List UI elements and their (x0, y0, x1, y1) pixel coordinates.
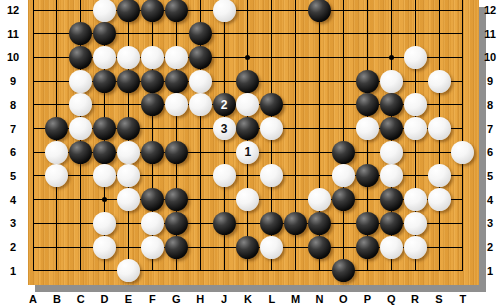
stone-black-k7[interactable] (236, 117, 259, 140)
row-label-right: 8 (479, 98, 500, 112)
row-label-right: 7 (479, 122, 500, 136)
stone-white-q6[interactable] (380, 141, 403, 164)
row-label-right: 1 (479, 264, 500, 278)
column-label: F (141, 292, 163, 306)
column-label: S (428, 292, 450, 306)
stone-white-r10[interactable] (404, 46, 427, 69)
row-label-right: 5 (479, 169, 500, 183)
stone-white-k4[interactable] (236, 188, 259, 211)
row-label-left: 11 (2, 27, 24, 41)
stone-black-b7[interactable] (45, 117, 68, 140)
stone-black-m3[interactable] (284, 212, 307, 235)
stone-white-g8[interactable] (165, 93, 188, 116)
stone-black-e7[interactable] (117, 117, 140, 140)
stone-black-f8[interactable] (141, 93, 164, 116)
column-label: B (46, 292, 68, 306)
stone-black-d11[interactable] (93, 22, 116, 45)
stone-white-c9[interactable] (69, 70, 92, 93)
stone-white-r3[interactable] (404, 212, 427, 235)
stone-white-o5[interactable] (332, 164, 355, 187)
stone-black-c6[interactable] (69, 141, 92, 164)
move-2-stone-j8[interactable]: 2 (213, 93, 236, 116)
column-label: M (285, 292, 307, 306)
column-label: N (309, 292, 331, 306)
stone-black-q4[interactable] (380, 188, 403, 211)
stone-black-f12[interactable] (141, 0, 164, 22)
stone-black-g6[interactable] (165, 141, 188, 164)
stone-black-o6[interactable] (332, 141, 355, 164)
stone-black-n2[interactable] (308, 236, 331, 259)
stone-white-l5[interactable] (260, 164, 283, 187)
stone-white-t6[interactable] (451, 141, 474, 164)
stone-white-j5[interactable] (213, 164, 236, 187)
stone-white-e5[interactable] (117, 164, 140, 187)
column-label: O (332, 292, 354, 306)
stone-white-d12[interactable] (93, 0, 116, 22)
column-label: R (404, 292, 426, 306)
column-label: J (213, 292, 235, 306)
stone-white-l7[interactable] (260, 117, 283, 140)
stone-white-s5[interactable] (428, 164, 451, 187)
row-label-left: 5 (2, 169, 24, 183)
stone-black-h11[interactable] (189, 22, 212, 45)
stone-white-d10[interactable] (93, 46, 116, 69)
stone-black-g9[interactable] (165, 70, 188, 93)
column-label: L (261, 292, 283, 306)
stone-white-d5[interactable] (93, 164, 116, 187)
grid-line-vertical (33, 0, 34, 271)
stone-white-d2[interactable] (93, 236, 116, 259)
stone-white-r2[interactable] (404, 236, 427, 259)
stone-white-n4[interactable] (308, 188, 331, 211)
row-label-right: 10 (479, 50, 500, 64)
column-label: K (237, 292, 259, 306)
stone-black-l8[interactable] (260, 93, 283, 116)
stone-black-f9[interactable] (141, 70, 164, 93)
row-label-right: 2 (479, 240, 500, 254)
row-label-right: 12 (479, 3, 500, 17)
stone-white-c7[interactable] (69, 117, 92, 140)
move-1-stone-k6[interactable]: 1 (236, 141, 259, 164)
stone-white-q2[interactable] (380, 236, 403, 259)
stone-white-s9[interactable] (428, 70, 451, 93)
row-label-right: 9 (479, 74, 500, 88)
stone-black-q8[interactable] (380, 93, 403, 116)
stone-black-k9[interactable] (236, 70, 259, 93)
row-label-right: 6 (479, 145, 500, 159)
column-label: G (165, 292, 187, 306)
stone-black-d6[interactable] (93, 141, 116, 164)
column-label: A (22, 292, 44, 306)
stone-white-s4[interactable] (428, 188, 451, 211)
row-label-left: 1 (2, 264, 24, 278)
row-label-left: 6 (2, 145, 24, 159)
row-label-right: 3 (479, 216, 500, 230)
column-label: H (189, 292, 211, 306)
stone-black-d9[interactable] (93, 70, 116, 93)
stone-black-f4[interactable] (141, 188, 164, 211)
stone-black-e9[interactable] (117, 70, 140, 93)
stone-white-r8[interactable] (404, 93, 427, 116)
stone-white-e1[interactable] (117, 259, 140, 282)
stone-white-q5[interactable] (380, 164, 403, 187)
stone-black-o1[interactable] (332, 259, 355, 282)
stone-white-q9[interactable] (380, 70, 403, 93)
stone-white-f2[interactable] (141, 236, 164, 259)
stone-black-c11[interactable] (69, 22, 92, 45)
stone-white-r7[interactable] (404, 117, 427, 140)
row-label-left: 7 (2, 122, 24, 136)
column-label: P (356, 292, 378, 306)
column-label: D (94, 292, 116, 306)
stone-black-p3[interactable] (356, 212, 379, 235)
stone-black-h10[interactable] (189, 46, 212, 69)
stone-white-b5[interactable] (45, 164, 68, 187)
grid-line-vertical (462, 0, 463, 271)
stone-black-g3[interactable] (165, 212, 188, 235)
row-label-right: 4 (479, 193, 500, 207)
stone-black-g4[interactable] (165, 188, 188, 211)
stone-black-p8[interactable] (356, 93, 379, 116)
stone-white-h8[interactable] (189, 93, 212, 116)
stone-black-k2[interactable] (236, 236, 259, 259)
column-label: T (452, 292, 474, 306)
stone-black-q7[interactable] (380, 117, 403, 140)
column-label: E (118, 292, 140, 306)
grid-line-horizontal (33, 270, 464, 271)
stone-white-s7[interactable] (428, 117, 451, 140)
stone-white-l2[interactable] (260, 236, 283, 259)
stone-black-l3[interactable] (260, 212, 283, 235)
stone-white-e10[interactable] (117, 46, 140, 69)
stone-white-d3[interactable] (93, 212, 116, 235)
stone-white-p7[interactable] (356, 117, 379, 140)
stone-white-f10[interactable] (141, 46, 164, 69)
stone-black-n3[interactable] (308, 212, 331, 235)
row-label-left: 12 (2, 3, 24, 17)
stone-black-g12[interactable] (165, 0, 188, 22)
stone-white-e6[interactable] (117, 141, 140, 164)
stone-black-c10[interactable] (69, 46, 92, 69)
stone-black-p2[interactable] (356, 236, 379, 259)
stone-white-h9[interactable] (189, 70, 212, 93)
stone-black-p9[interactable] (356, 70, 379, 93)
star-point (245, 55, 250, 60)
move-3-stone-j7[interactable]: 3 (213, 117, 236, 140)
star-point (389, 55, 394, 60)
stone-black-n12[interactable] (308, 0, 331, 22)
stone-white-c8[interactable] (69, 93, 92, 116)
stone-white-r4[interactable] (404, 188, 427, 211)
stone-white-f3[interactable] (141, 212, 164, 235)
stone-white-j12[interactable] (213, 0, 236, 22)
stone-black-f6[interactable] (141, 141, 164, 164)
grid-line-vertical (343, 0, 344, 271)
stone-white-e4[interactable] (117, 188, 140, 211)
column-label: Q (380, 292, 402, 306)
stone-white-b6[interactable] (45, 141, 68, 164)
go-board[interactable]: 231 (28, 0, 479, 285)
stone-black-j3[interactable] (213, 212, 236, 235)
stone-black-o4[interactable] (332, 188, 355, 211)
go-diagram: 231 121110987654321 121110987654321 ABCD… (0, 0, 500, 308)
stone-black-q3[interactable] (380, 212, 403, 235)
stone-black-d7[interactable] (93, 117, 116, 140)
row-label-left: 10 (2, 50, 24, 64)
star-point (102, 197, 107, 202)
row-label-left: 4 (2, 193, 24, 207)
stone-black-p5[interactable] (356, 164, 379, 187)
row-label-left: 3 (2, 216, 24, 230)
stone-white-g10[interactable] (165, 46, 188, 69)
row-label-right: 11 (479, 27, 500, 41)
row-label-left: 9 (2, 74, 24, 88)
stone-black-g2[interactable] (165, 236, 188, 259)
stone-black-e12[interactable] (117, 0, 140, 22)
column-label: C (70, 292, 92, 306)
stone-white-k8[interactable] (236, 93, 259, 116)
row-label-left: 8 (2, 98, 24, 112)
row-label-left: 2 (2, 240, 24, 254)
